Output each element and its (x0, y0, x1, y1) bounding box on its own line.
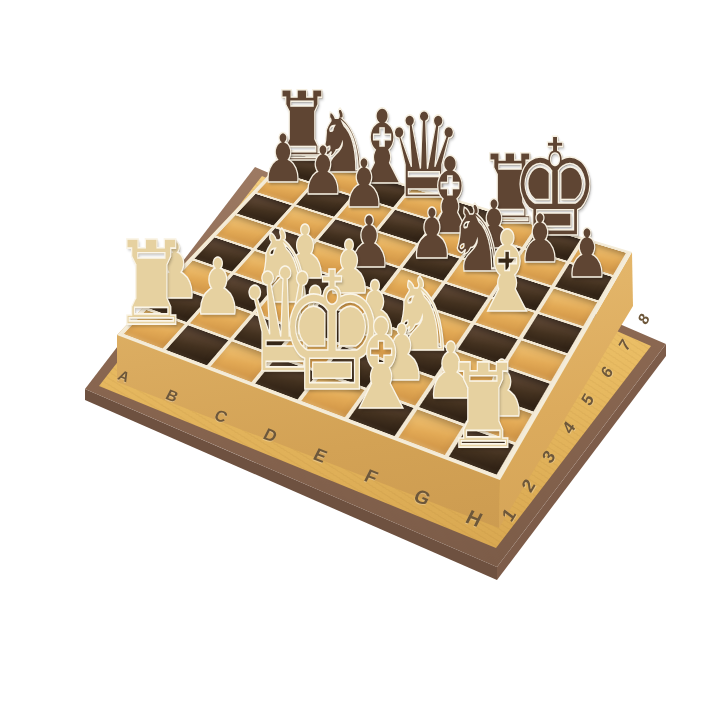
piece-white-bishop-f1[interactable]: ♝ (340, 303, 423, 428)
piece-white-pawn-b2[interactable]: ♟ (192, 248, 244, 326)
piece-white-rook-h1[interactable]: ♜ (444, 348, 522, 465)
rank-label-8: 8 (634, 310, 653, 328)
piece-black-pawn-a7[interactable]: ♟ (260, 125, 305, 193)
piece-black-pawn-h7[interactable]: ♟ (564, 220, 609, 288)
piece-black-pawn-b7[interactable]: ♟ (300, 137, 345, 205)
piece-white-bishop-g5[interactable]: ♝ (469, 217, 544, 329)
piece-white-rook-a1[interactable]: ♜ (112, 225, 190, 342)
papercraft-chessboard-photo: ABCDEFGH12345678 ♜♞♟♝♟♛♟♜♝♚♟♟♟♟♞♟♟♟♟♞♝♟♜… (0, 0, 718, 718)
